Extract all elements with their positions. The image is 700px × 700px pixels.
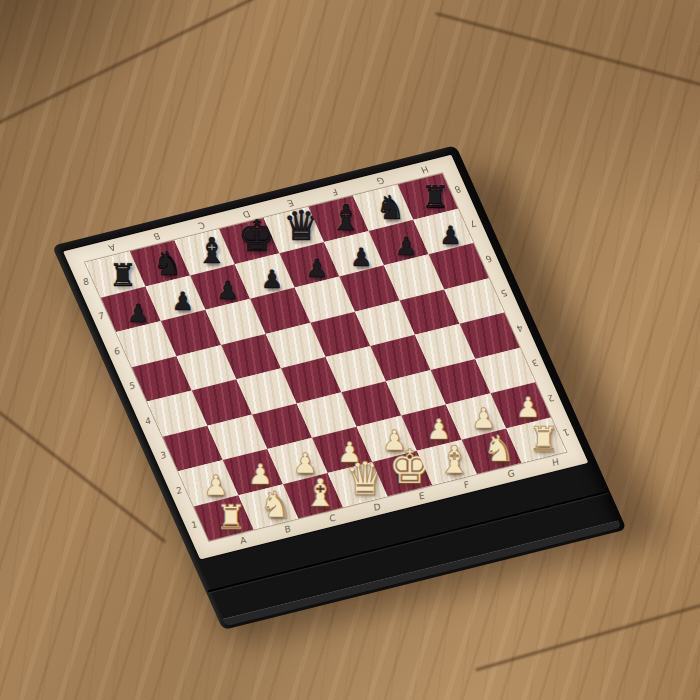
rank-label-right-4: 4 bbox=[515, 323, 525, 334]
rank-label-left-5: 5 bbox=[127, 381, 137, 392]
file-label-top-a: A bbox=[107, 242, 117, 253]
file-label-bottom-g: G bbox=[505, 468, 516, 479]
rank-label-left-7: 7 bbox=[96, 311, 106, 322]
rank-label-left-6: 6 bbox=[111, 346, 121, 357]
file-label-bottom-f: F bbox=[461, 480, 470, 491]
rank-label-left-8: 8 bbox=[80, 276, 90, 287]
rank-label-left-1: 1 bbox=[189, 520, 199, 531]
rank-label-right-3: 3 bbox=[530, 357, 540, 368]
file-label-top-c: C bbox=[196, 220, 206, 231]
rank-label-right-1: 1 bbox=[561, 427, 571, 438]
file-label-bottom-h: H bbox=[550, 457, 561, 468]
file-label-top-d: D bbox=[240, 209, 251, 220]
file-label-top-f: F bbox=[331, 187, 340, 198]
file-label-bottom-b: B bbox=[282, 524, 292, 535]
rank-label-left-4: 4 bbox=[142, 416, 152, 427]
rank-label-right-7: 7 bbox=[468, 218, 478, 229]
file-label-top-e: E bbox=[286, 198, 296, 209]
file-label-top-g: G bbox=[374, 175, 385, 186]
wood-table: ABCDEFGH 87654321 87654321 ABCDEFGH ♜♞♝♚… bbox=[0, 0, 700, 700]
wood-plank-seam bbox=[475, 591, 700, 671]
file-label-bottom-c: C bbox=[327, 513, 337, 524]
rank-label-right-6: 6 bbox=[484, 253, 494, 264]
rank-label-right-2: 2 bbox=[546, 392, 556, 403]
rank-label-right-5: 5 bbox=[499, 288, 509, 299]
wood-plank-seam bbox=[435, 12, 700, 95]
file-label-bottom-a: A bbox=[237, 535, 247, 546]
file-label-top-h: H bbox=[419, 164, 430, 175]
rank-label-left-2: 2 bbox=[173, 485, 183, 496]
rank-label-left-3: 3 bbox=[158, 450, 168, 461]
file-label-bottom-d: D bbox=[371, 502, 382, 513]
wood-plank-seam bbox=[0, 0, 255, 131]
file-label-bottom-e: E bbox=[416, 491, 426, 502]
rank-label-right-8: 8 bbox=[453, 184, 463, 195]
file-label-top-b: B bbox=[152, 231, 162, 242]
